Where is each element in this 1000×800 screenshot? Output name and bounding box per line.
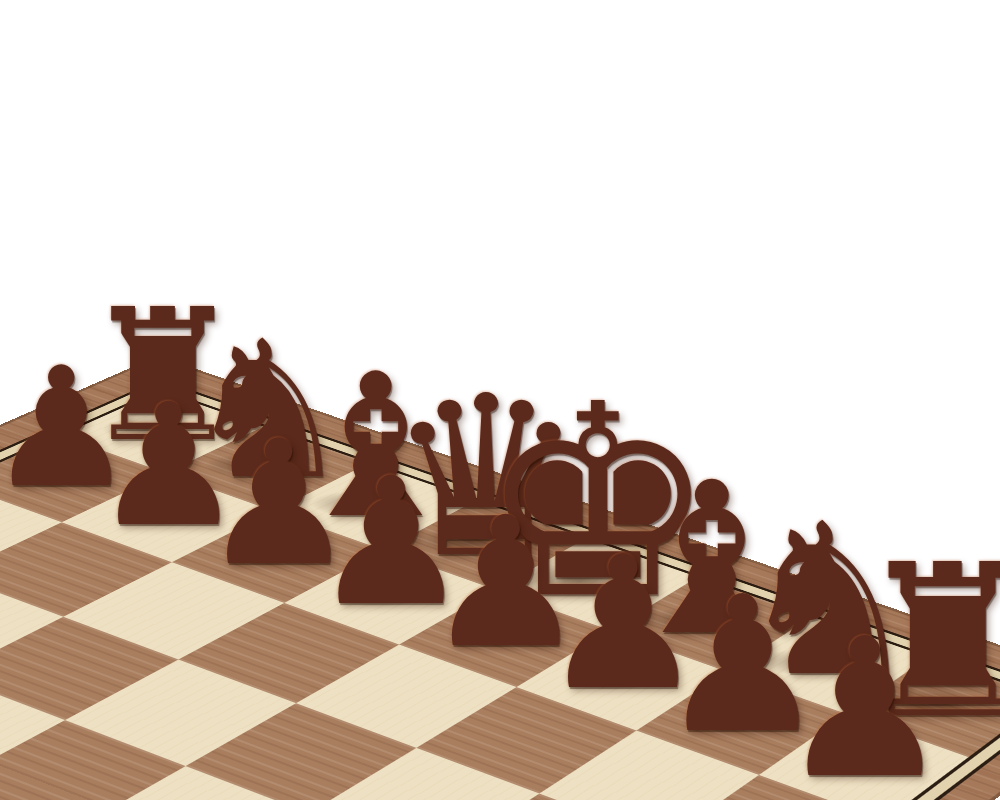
chess-board xyxy=(0,356,1000,800)
product-photo: ♜♞♟♝♟♛♟♚♟♝♟♞♟♜♟♟ xyxy=(0,0,1000,800)
board-squares xyxy=(0,391,1000,800)
